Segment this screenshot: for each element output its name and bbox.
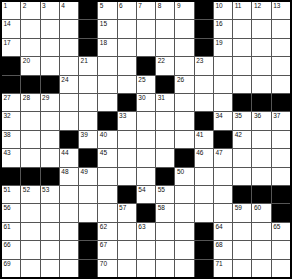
white-cell[interactable] — [60, 112, 78, 129]
white-cell[interactable] — [98, 94, 116, 111]
white-cell[interactable] — [118, 20, 136, 37]
crossword-grid: 1234567891011121314151617181920212223242… — [0, 0, 292, 279]
white-cell[interactable] — [233, 39, 251, 56]
clue-number: 18 — [100, 39, 107, 46]
white-cell[interactable]: 45 — [98, 149, 116, 166]
white-cell[interactable] — [252, 76, 270, 93]
white-cell[interactable]: 41 — [195, 131, 213, 148]
white-cell[interactable]: 53 — [41, 186, 59, 203]
white-cell[interactable] — [233, 57, 251, 74]
block-cell — [137, 57, 155, 74]
clue-number: 49 — [81, 168, 88, 175]
white-cell[interactable]: 20 — [21, 57, 39, 74]
white-cell[interactable] — [156, 241, 174, 258]
white-cell[interactable] — [175, 39, 193, 56]
white-cell[interactable]: 51 — [2, 186, 20, 203]
block-cell — [233, 186, 251, 203]
clue-number: 4 — [61, 2, 65, 9]
clue-number: 7 — [138, 2, 142, 9]
white-cell[interactable]: 67 — [98, 241, 116, 258]
white-cell[interactable]: 32 — [2, 112, 20, 129]
white-cell[interactable] — [252, 241, 270, 258]
white-cell[interactable]: 59 — [233, 204, 251, 221]
white-cell[interactable] — [21, 223, 39, 240]
white-cell[interactable] — [252, 149, 270, 166]
block-cell — [2, 57, 20, 74]
block-cell — [2, 76, 20, 93]
clue-number: 60 — [254, 204, 261, 211]
white-cell[interactable] — [195, 94, 213, 111]
white-cell[interactable]: 65 — [272, 223, 290, 240]
block-cell — [79, 260, 97, 277]
clue-number: 27 — [4, 94, 11, 101]
block-cell — [214, 131, 232, 148]
block-cell — [98, 112, 116, 129]
white-cell[interactable] — [175, 241, 193, 258]
white-cell[interactable] — [252, 57, 270, 74]
white-cell[interactable]: 43 — [2, 149, 20, 166]
white-cell[interactable]: 14 — [2, 20, 20, 37]
white-cell[interactable] — [118, 76, 136, 93]
white-cell[interactable]: 55 — [156, 186, 174, 203]
block-cell — [79, 241, 97, 258]
clue-number: 2 — [23, 2, 27, 9]
white-cell[interactable] — [175, 186, 193, 203]
white-cell[interactable]: 27 — [2, 94, 20, 111]
white-cell[interactable]: 8 — [156, 2, 174, 19]
white-cell[interactable] — [21, 112, 39, 129]
white-cell[interactable]: 6 — [118, 2, 136, 19]
block-cell — [272, 94, 290, 111]
white-cell[interactable] — [156, 112, 174, 129]
white-cell[interactable]: 10 — [214, 2, 232, 19]
white-cell[interactable]: 1 — [2, 2, 20, 19]
white-cell[interactable]: 36 — [252, 112, 270, 129]
clue-number: 10 — [215, 2, 222, 9]
white-cell[interactable]: 54 — [137, 186, 155, 203]
white-cell[interactable] — [214, 168, 232, 185]
white-cell[interactable] — [41, 131, 59, 148]
white-cell[interactable] — [118, 168, 136, 185]
white-cell[interactable]: 21 — [79, 57, 97, 74]
clue-number: 37 — [273, 112, 280, 119]
white-cell[interactable] — [41, 57, 59, 74]
clue-number: 1 — [4, 2, 8, 9]
white-cell[interactable]: 56 — [2, 204, 20, 221]
white-cell[interactable] — [272, 260, 290, 277]
white-cell[interactable] — [21, 39, 39, 56]
clue-number: 6 — [119, 2, 123, 9]
clue-number: 38 — [4, 131, 11, 138]
block-cell — [41, 76, 59, 93]
clue-number: 33 — [119, 112, 126, 119]
clue-number: 26 — [177, 76, 184, 83]
white-cell[interactable] — [214, 57, 232, 74]
clue-number: 13 — [273, 2, 280, 9]
white-cell[interactable]: 64 — [214, 223, 232, 240]
block-cell — [252, 186, 270, 203]
white-cell[interactable]: 58 — [156, 204, 174, 221]
white-cell[interactable] — [41, 204, 59, 221]
white-cell[interactable] — [98, 204, 116, 221]
white-cell[interactable] — [79, 112, 97, 129]
clue-number: 46 — [196, 149, 203, 156]
white-cell[interactable]: 34 — [214, 112, 232, 129]
white-cell[interactable] — [272, 57, 290, 74]
white-cell[interactable] — [118, 241, 136, 258]
clue-number: 58 — [158, 204, 165, 211]
clue-number: 28 — [23, 94, 30, 101]
white-cell[interactable] — [175, 20, 193, 37]
white-cell[interactable]: 9 — [175, 2, 193, 19]
white-cell[interactable]: 17 — [2, 39, 20, 56]
white-cell[interactable] — [233, 76, 251, 93]
white-cell[interactable]: 37 — [272, 112, 290, 129]
block-cell — [175, 149, 193, 166]
white-cell[interactable]: 71 — [214, 260, 232, 277]
white-cell[interactable] — [41, 39, 59, 56]
white-cell[interactable] — [21, 204, 39, 221]
clue-number: 67 — [100, 241, 107, 248]
clue-number: 16 — [215, 20, 222, 27]
white-cell[interactable] — [41, 112, 59, 129]
white-cell[interactable]: 46 — [195, 149, 213, 166]
block-cell — [21, 168, 39, 185]
white-cell[interactable]: 70 — [98, 260, 116, 277]
white-cell[interactable] — [175, 94, 193, 111]
white-cell[interactable]: 7 — [137, 2, 155, 19]
clue-number: 52 — [23, 186, 30, 193]
block-cell — [195, 112, 213, 129]
block-cell — [272, 186, 290, 203]
white-cell[interactable]: 57 — [118, 204, 136, 221]
white-cell[interactable] — [175, 204, 193, 221]
white-cell[interactable] — [195, 168, 213, 185]
block-cell — [195, 223, 213, 240]
white-cell[interactable]: 61 — [2, 223, 20, 240]
clue-number: 54 — [138, 186, 145, 193]
clue-number: 69 — [4, 260, 11, 267]
white-cell[interactable]: 39 — [79, 131, 97, 148]
white-cell[interactable]: 4 — [60, 2, 78, 19]
clue-number: 24 — [61, 76, 68, 83]
block-cell — [195, 20, 213, 37]
white-cell[interactable]: 33 — [118, 112, 136, 129]
white-cell[interactable] — [252, 131, 270, 148]
white-cell[interactable]: 47 — [214, 149, 232, 166]
white-cell[interactable] — [60, 204, 78, 221]
white-cell[interactable]: 69 — [2, 260, 20, 277]
white-cell[interactable] — [195, 76, 213, 93]
white-cell[interactable] — [60, 94, 78, 111]
white-cell[interactable] — [233, 260, 251, 277]
white-cell[interactable] — [60, 57, 78, 74]
white-cell[interactable] — [272, 131, 290, 148]
white-cell[interactable] — [118, 149, 136, 166]
white-cell[interactable] — [118, 57, 136, 74]
clue-number: 25 — [138, 76, 145, 83]
clue-number: 59 — [235, 204, 242, 211]
white-cell[interactable] — [156, 20, 174, 37]
white-cell[interactable] — [118, 223, 136, 240]
block-cell — [156, 168, 174, 185]
white-cell[interactable]: 26 — [175, 76, 193, 93]
clue-number: 70 — [100, 260, 107, 267]
clue-number: 15 — [100, 20, 107, 27]
white-cell[interactable] — [233, 223, 251, 240]
clue-number: 32 — [4, 112, 11, 119]
clue-number: 14 — [4, 20, 11, 27]
white-cell[interactable]: 2 — [21, 2, 39, 19]
white-cell[interactable]: 42 — [233, 131, 251, 148]
white-cell[interactable] — [60, 223, 78, 240]
white-cell[interactable] — [41, 149, 59, 166]
white-cell[interactable]: 5 — [98, 2, 116, 19]
white-cell[interactable] — [137, 149, 155, 166]
clue-number: 65 — [273, 223, 280, 230]
clue-number: 31 — [158, 94, 165, 101]
white-cell[interactable] — [252, 223, 270, 240]
white-cell[interactable] — [79, 204, 97, 221]
white-cell[interactable] — [60, 241, 78, 258]
white-cell[interactable] — [252, 39, 270, 56]
white-cell[interactable] — [272, 76, 290, 93]
clue-number: 47 — [215, 149, 222, 156]
white-cell[interactable] — [233, 20, 251, 37]
clue-number: 35 — [235, 112, 242, 119]
white-cell[interactable] — [79, 186, 97, 203]
block-cell — [60, 131, 78, 148]
white-cell[interactable] — [233, 168, 251, 185]
white-cell[interactable] — [272, 20, 290, 37]
clue-number: 44 — [61, 149, 68, 156]
white-cell[interactable] — [156, 131, 174, 148]
white-cell[interactable]: 12 — [252, 2, 270, 19]
white-cell[interactable]: 60 — [252, 204, 270, 221]
block-cell — [79, 223, 97, 240]
white-cell[interactable] — [156, 223, 174, 240]
white-cell[interactable] — [41, 260, 59, 277]
block-cell — [195, 2, 213, 19]
block-cell — [118, 94, 136, 111]
clue-number: 40 — [100, 131, 107, 138]
clue-number: 71 — [215, 260, 222, 267]
clue-number: 42 — [235, 131, 242, 138]
white-cell[interactable] — [214, 186, 232, 203]
white-cell[interactable] — [98, 186, 116, 203]
clue-number: 22 — [158, 57, 165, 64]
white-cell[interactable] — [21, 131, 39, 148]
white-cell[interactable]: 31 — [156, 94, 174, 111]
white-cell[interactable]: 44 — [60, 149, 78, 166]
clue-number: 23 — [196, 57, 203, 64]
white-cell[interactable] — [21, 20, 39, 37]
clue-number: 45 — [100, 149, 107, 156]
white-cell[interactable]: 3 — [41, 2, 59, 19]
white-cell[interactable]: 68 — [214, 241, 232, 258]
white-cell[interactable] — [252, 260, 270, 277]
white-cell[interactable] — [79, 76, 97, 93]
clue-number: 41 — [196, 131, 203, 138]
white-cell[interactable] — [156, 149, 174, 166]
white-cell[interactable]: 11 — [233, 2, 251, 19]
white-cell[interactable] — [252, 20, 270, 37]
white-cell[interactable]: 19 — [214, 39, 232, 56]
white-cell[interactable]: 62 — [98, 223, 116, 240]
block-cell — [118, 186, 136, 203]
clue-number: 53 — [42, 186, 49, 193]
white-cell[interactable] — [60, 186, 78, 203]
white-cell[interactable]: 38 — [2, 131, 20, 148]
block-cell — [79, 2, 97, 19]
white-cell[interactable] — [175, 112, 193, 129]
block-cell — [41, 168, 59, 185]
clue-number: 19 — [215, 39, 222, 46]
white-cell[interactable] — [41, 20, 59, 37]
clue-number: 56 — [4, 204, 11, 211]
clue-number: 48 — [61, 168, 68, 175]
white-cell[interactable] — [60, 260, 78, 277]
white-cell[interactable]: 15 — [98, 20, 116, 37]
white-cell[interactable] — [118, 260, 136, 277]
white-cell[interactable] — [214, 94, 232, 111]
block-cell — [195, 39, 213, 56]
white-cell[interactable] — [175, 260, 193, 277]
white-cell[interactable] — [60, 20, 78, 37]
white-cell[interactable] — [98, 168, 116, 185]
block-cell — [195, 241, 213, 258]
clue-number: 55 — [158, 186, 165, 193]
white-cell[interactable]: 24 — [60, 76, 78, 93]
clue-number: 29 — [42, 94, 49, 101]
white-cell[interactable]: 52 — [21, 186, 39, 203]
clue-number: 12 — [254, 2, 261, 9]
white-cell[interactable]: 18 — [98, 39, 116, 56]
white-cell[interactable] — [21, 260, 39, 277]
white-cell[interactable]: 50 — [175, 168, 193, 185]
white-cell[interactable] — [233, 149, 251, 166]
white-cell[interactable] — [156, 260, 174, 277]
clue-number: 57 — [119, 204, 126, 211]
clue-number: 43 — [4, 149, 11, 156]
white-cell[interactable] — [41, 241, 59, 258]
block-cell — [137, 204, 155, 221]
block-cell — [79, 20, 97, 37]
white-cell[interactable]: 13 — [272, 2, 290, 19]
clue-number: 36 — [254, 112, 261, 119]
clue-number: 63 — [138, 223, 145, 230]
white-cell[interactable] — [214, 76, 232, 93]
clue-number: 5 — [100, 2, 104, 9]
white-cell[interactable] — [272, 39, 290, 56]
white-cell[interactable] — [175, 131, 193, 148]
clue-number: 50 — [177, 168, 184, 175]
white-cell[interactable] — [60, 39, 78, 56]
clue-number: 39 — [81, 131, 88, 138]
white-cell[interactable] — [272, 149, 290, 166]
clue-number: 62 — [100, 223, 107, 230]
white-cell[interactable]: 40 — [98, 131, 116, 148]
white-cell[interactable] — [118, 131, 136, 148]
white-cell[interactable]: 16 — [214, 20, 232, 37]
white-cell[interactable] — [98, 76, 116, 93]
white-cell[interactable]: 23 — [195, 57, 213, 74]
block-cell — [156, 76, 174, 93]
clue-number: 61 — [4, 223, 11, 230]
block-cell — [233, 94, 251, 111]
block-cell — [79, 39, 97, 56]
white-cell[interactable] — [195, 186, 213, 203]
clue-number: 64 — [215, 223, 222, 230]
white-cell[interactable] — [21, 241, 39, 258]
block-cell — [272, 204, 290, 221]
white-cell[interactable] — [41, 223, 59, 240]
white-cell[interactable] — [137, 241, 155, 258]
white-cell[interactable] — [137, 131, 155, 148]
clue-number: 11 — [235, 2, 242, 9]
white-cell[interactable]: 48 — [60, 168, 78, 185]
block-cell — [79, 149, 97, 166]
block-cell — [195, 260, 213, 277]
white-cell[interactable] — [21, 149, 39, 166]
white-cell[interactable] — [137, 20, 155, 37]
white-cell[interactable] — [214, 204, 232, 221]
clue-number: 68 — [215, 241, 222, 248]
white-cell[interactable] — [137, 39, 155, 56]
white-cell[interactable] — [272, 241, 290, 258]
white-cell[interactable]: 29 — [41, 94, 59, 111]
white-cell[interactable]: 22 — [156, 57, 174, 74]
white-cell[interactable]: 30 — [137, 94, 155, 111]
clue-number: 51 — [4, 186, 11, 193]
white-cell[interactable] — [272, 168, 290, 185]
white-cell[interactable] — [156, 39, 174, 56]
white-cell[interactable]: 25 — [137, 76, 155, 93]
clue-number: 17 — [4, 39, 11, 46]
clue-number: 21 — [81, 57, 88, 64]
white-cell[interactable]: 49 — [79, 168, 97, 185]
clue-number: 34 — [215, 112, 222, 119]
white-cell[interactable] — [175, 223, 193, 240]
white-cell[interactable] — [175, 57, 193, 74]
clue-number: 3 — [42, 2, 46, 9]
white-cell[interactable] — [118, 39, 136, 56]
block-cell — [2, 168, 20, 185]
white-cell[interactable] — [233, 241, 251, 258]
white-cell[interactable]: 28 — [21, 94, 39, 111]
block-cell — [21, 76, 39, 93]
white-cell[interactable] — [252, 168, 270, 185]
clue-number: 30 — [138, 94, 145, 101]
clue-number: 66 — [4, 241, 11, 248]
clue-number: 20 — [23, 57, 30, 64]
white-cell[interactable] — [79, 94, 97, 111]
white-cell[interactable]: 35 — [233, 112, 251, 129]
white-cell[interactable] — [98, 57, 116, 74]
white-cell[interactable] — [195, 204, 213, 221]
white-cell[interactable] — [137, 168, 155, 185]
white-cell[interactable] — [137, 260, 155, 277]
white-cell[interactable]: 63 — [137, 223, 155, 240]
clue-number: 8 — [158, 2, 162, 9]
white-cell[interactable] — [137, 112, 155, 129]
block-cell — [252, 94, 270, 111]
clue-number: 9 — [177, 2, 181, 9]
white-cell[interactable]: 66 — [2, 241, 20, 258]
